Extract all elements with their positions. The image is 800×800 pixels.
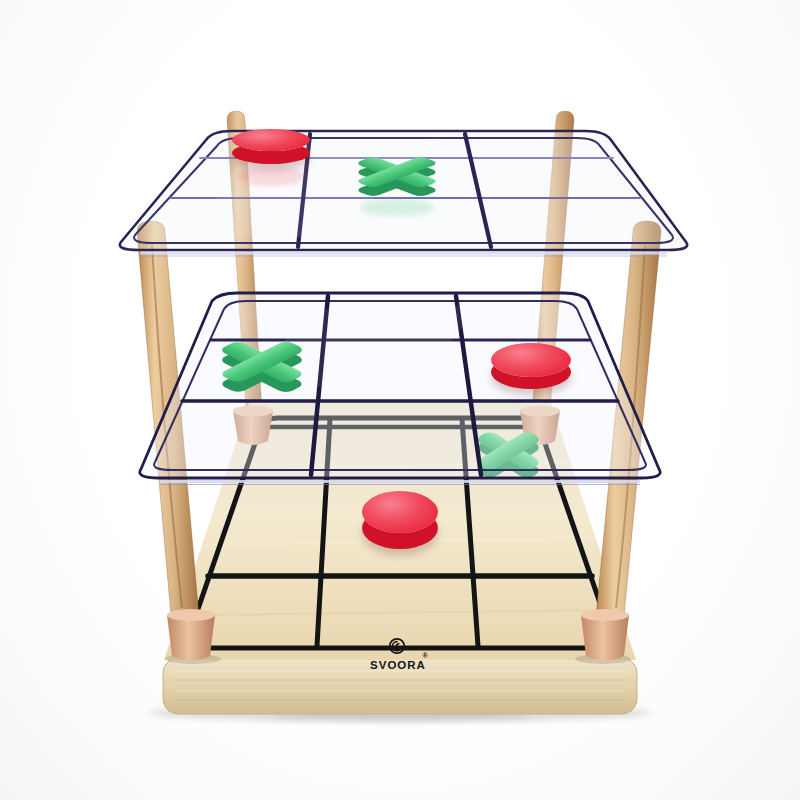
bottom-vline-right — [462, 419, 478, 646]
registered-mark: ® — [422, 652, 428, 659]
x-arm-side — [218, 350, 305, 394]
pieces-level-top — [0, 0, 800, 800]
back-right-post — [532, 111, 574, 410]
pieces-level-middle — [0, 0, 800, 800]
front-left-cup — [167, 615, 215, 661]
back-right-cup-rim — [520, 406, 560, 417]
x-arm — [218, 340, 305, 384]
pieces-level-bottom — [0, 0, 800, 800]
x-arm — [354, 156, 439, 188]
top-plate — [120, 131, 687, 250]
top-vline-left — [298, 134, 310, 247]
product-photo-3d-tictactoe: SVOORA ® — [0, 0, 800, 800]
middle-vline-left — [311, 296, 328, 475]
back-left-cup-rim — [233, 406, 273, 417]
top-acrylic-level — [0, 0, 800, 800]
ground-shadow-core — [270, 711, 530, 721]
x-arm — [354, 156, 439, 188]
svoora-spiral-icon — [390, 639, 404, 653]
wood-grain — [190, 462, 615, 615]
piece-x-bottom-r0c2[interactable] — [472, 429, 544, 473]
bottom-printed-border — [187, 418, 613, 648]
piece-x-middle-r1c0[interactable] — [216, 339, 308, 385]
middle-vline-right — [456, 296, 481, 475]
wooden-base-plinth — [163, 658, 637, 714]
x-arm-side — [354, 165, 439, 197]
svoora-logo-text: SVOORA — [370, 659, 426, 671]
x-arm — [218, 340, 305, 384]
middle-printed-border — [154, 301, 646, 470]
x-arm-side — [474, 438, 542, 480]
piece-o-top-r0c0[interactable] — [232, 129, 310, 151]
front-right-cup-rim — [581, 609, 629, 621]
middle-plate — [140, 293, 660, 478]
svoora-spiral-curl — [392, 642, 401, 651]
top-vline-right — [465, 134, 491, 247]
middle-acrylic-level — [0, 0, 800, 800]
front-right-post — [596, 221, 661, 616]
bottom-board-level: SVOORA ® — [0, 0, 800, 800]
x-arm — [474, 430, 542, 472]
x-arm-side — [474, 438, 542, 480]
middle-plate-grid — [154, 296, 646, 475]
front-left-post-grain — [152, 245, 182, 608]
back-post-cups — [233, 406, 560, 446]
back-posts — [0, 0, 800, 800]
top-plate-grid — [134, 134, 673, 247]
plywood-striations — [172, 671, 628, 700]
top-printed-border — [134, 138, 673, 243]
back-right-cup — [520, 411, 560, 445]
front-right-cup — [581, 615, 629, 661]
back-left-cup — [233, 411, 273, 445]
back-left-post — [227, 111, 262, 410]
piece-reflection — [237, 166, 306, 186]
ground-shadow — [148, 704, 652, 722]
bottom-board-grid — [187, 418, 613, 648]
front-left-cup-shadow — [165, 654, 221, 664]
x-arm — [474, 430, 542, 472]
front-right-cup-shadow — [575, 654, 631, 664]
top-plate-sheen — [195, 138, 440, 238]
piece-o-middle-r1c2[interactable] — [491, 343, 571, 377]
front-right-post-grain — [616, 245, 645, 608]
svoora-logo: SVOORA ® — [370, 639, 428, 671]
front-left-cup-rim — [167, 609, 215, 621]
x-arm-side — [354, 165, 439, 197]
bottom-board-surface — [164, 400, 636, 660]
bottom-vline-left — [317, 419, 330, 646]
middle-plate-sheen — [260, 305, 480, 390]
front-left-post — [137, 221, 199, 616]
piece-reflection — [361, 199, 433, 216]
piece-x-top-r1c1[interactable] — [352, 155, 442, 189]
x-arm-side — [218, 350, 305, 394]
piece-o-bottom-r1c1[interactable] — [362, 491, 438, 533]
